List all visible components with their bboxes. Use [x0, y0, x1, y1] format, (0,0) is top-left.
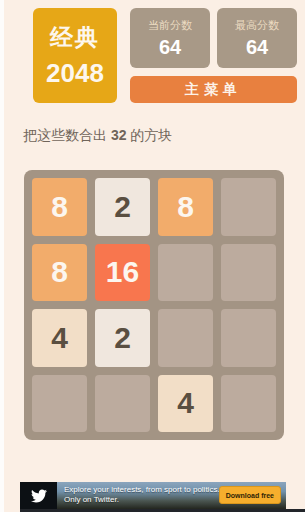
tile-4: 4 [158, 375, 213, 433]
empty-cell [158, 244, 213, 302]
logo-title-line2: 2048 [46, 58, 104, 89]
current-score-label: 当前分数 [148, 18, 192, 33]
empty-cell [221, 244, 276, 302]
tile-8: 8 [158, 178, 213, 236]
ad-text-line2: Only on Twitter. [64, 495, 220, 505]
tile-2: 2 [95, 309, 150, 367]
current-score-value: 64 [159, 36, 181, 59]
tile-8: 8 [32, 244, 87, 302]
current-score-box: 当前分数 64 [130, 8, 210, 68]
ad-text: Explore your interests, from sport to po… [64, 485, 220, 505]
best-score-box: 最高分数 64 [217, 8, 297, 68]
classic-2048-logo: 经典 2048 [33, 8, 117, 103]
empty-cell [221, 309, 276, 367]
goal-instruction-suffix: 的方块 [126, 127, 172, 143]
app-screen: 经典 2048 当前分数 64 最高分数 64 主菜单 把这些数合出 32 的方… [0, 0, 305, 512]
ad-banner[interactable]: Explore your interests, from sport to po… [20, 482, 286, 509]
goal-instruction-prefix: 把这些数合出 [23, 127, 111, 143]
tile-4: 4 [32, 309, 87, 367]
empty-cell [221, 178, 276, 236]
goal-instruction: 把这些数合出 32 的方块 [23, 127, 172, 145]
best-score-label: 最高分数 [235, 18, 279, 33]
ad-download-button[interactable]: Download free [219, 486, 281, 504]
empty-cell [158, 309, 213, 367]
tile-2: 2 [95, 178, 150, 236]
tile-16: 16 [95, 244, 150, 302]
left-edge-strip [0, 0, 4, 512]
goal-tile-number: 32 [111, 127, 127, 143]
board[interactable]: 828816424 [24, 170, 284, 440]
main-menu-button[interactable]: 主菜单 [130, 76, 297, 103]
ad-text-line1: Explore your interests, from sport to po… [64, 485, 220, 495]
logo-title-line1: 经典 [50, 22, 100, 53]
empty-cell [95, 375, 150, 433]
best-score-value: 64 [246, 36, 268, 59]
twitter-bird-icon [31, 488, 47, 504]
tile-8: 8 [32, 178, 87, 236]
ad-icon-box [20, 482, 57, 509]
empty-cell [221, 375, 276, 433]
empty-cell [32, 375, 87, 433]
